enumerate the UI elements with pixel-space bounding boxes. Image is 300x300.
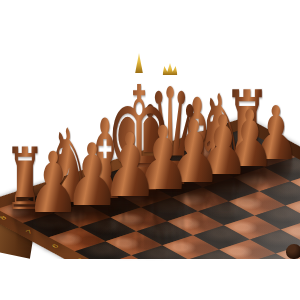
piece-pawn: ♟ bbox=[26, 141, 80, 225]
chess-set-photo: 8765 ♜♜♞♞♝♝♚♚♛♛♝♝♞♞♜♜♟♟♟♟♟♟♟♟♟♟♟♟♟♟♟♟ bbox=[0, 0, 300, 300]
cropped-dark-object bbox=[286, 244, 300, 259]
